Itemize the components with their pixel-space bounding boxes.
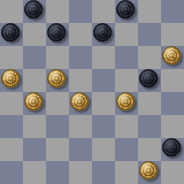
black-checker-piece[interactable] bbox=[93, 23, 112, 42]
square-r0c0 bbox=[0, 0, 23, 23]
square-r4c0 bbox=[0, 92, 23, 115]
square-r7c6[interactable] bbox=[138, 161, 161, 184]
black-checker-piece[interactable] bbox=[47, 23, 66, 42]
square-r1c5 bbox=[115, 23, 138, 46]
square-r1c0[interactable] bbox=[0, 23, 23, 46]
square-r2c4 bbox=[92, 46, 115, 69]
square-r1c1 bbox=[23, 23, 46, 46]
square-r6c1[interactable] bbox=[23, 138, 46, 161]
square-r0c3[interactable] bbox=[69, 0, 92, 23]
gold-checker-piece[interactable] bbox=[1, 69, 20, 88]
square-r7c7 bbox=[161, 161, 184, 184]
square-r7c3 bbox=[69, 161, 92, 184]
square-r5c4[interactable] bbox=[92, 115, 115, 138]
square-r1c4[interactable] bbox=[92, 23, 115, 46]
square-r2c5[interactable] bbox=[115, 46, 138, 69]
square-r3c1 bbox=[23, 69, 46, 92]
square-r5c3 bbox=[69, 115, 92, 138]
gold-checker-piece[interactable] bbox=[116, 92, 135, 111]
square-r6c7[interactable] bbox=[161, 138, 184, 161]
square-r3c6[interactable] bbox=[138, 69, 161, 92]
gold-checker-piece[interactable] bbox=[70, 92, 89, 111]
square-r5c6[interactable] bbox=[138, 115, 161, 138]
square-r0c1[interactable] bbox=[23, 0, 46, 23]
square-r3c0[interactable] bbox=[0, 69, 23, 92]
square-r2c7[interactable] bbox=[161, 46, 184, 69]
square-r0c2 bbox=[46, 0, 69, 23]
square-r2c3[interactable] bbox=[69, 46, 92, 69]
square-r4c3[interactable] bbox=[69, 92, 92, 115]
square-r2c1[interactable] bbox=[23, 46, 46, 69]
gold-checker-piece[interactable] bbox=[24, 92, 43, 111]
square-r7c2[interactable] bbox=[46, 161, 69, 184]
square-r6c6 bbox=[138, 138, 161, 161]
square-r3c5 bbox=[115, 69, 138, 92]
gold-checker-piece[interactable] bbox=[162, 46, 181, 65]
square-r7c1 bbox=[23, 161, 46, 184]
square-r2c6 bbox=[138, 46, 161, 69]
checkers-board bbox=[0, 0, 184, 184]
square-r1c3 bbox=[69, 23, 92, 46]
square-r0c5[interactable] bbox=[115, 0, 138, 23]
square-r6c5[interactable] bbox=[115, 138, 138, 161]
square-r3c4[interactable] bbox=[92, 69, 115, 92]
square-r1c7 bbox=[161, 23, 184, 46]
square-r6c3[interactable] bbox=[69, 138, 92, 161]
square-r6c4 bbox=[92, 138, 115, 161]
square-r0c6 bbox=[138, 0, 161, 23]
square-r5c2[interactable] bbox=[46, 115, 69, 138]
square-r5c1 bbox=[23, 115, 46, 138]
square-r3c7 bbox=[161, 69, 184, 92]
square-r2c0 bbox=[0, 46, 23, 69]
square-r4c4 bbox=[92, 92, 115, 115]
square-r7c5 bbox=[115, 161, 138, 184]
square-r5c0[interactable] bbox=[0, 115, 23, 138]
square-r2c2 bbox=[46, 46, 69, 69]
square-r3c3 bbox=[69, 69, 92, 92]
square-r4c2 bbox=[46, 92, 69, 115]
square-r4c7[interactable] bbox=[161, 92, 184, 115]
square-r0c7[interactable] bbox=[161, 0, 184, 23]
black-checker-piece[interactable] bbox=[162, 138, 181, 157]
square-r1c6[interactable] bbox=[138, 23, 161, 46]
square-r1c2[interactable] bbox=[46, 23, 69, 46]
square-r7c4[interactable] bbox=[92, 161, 115, 184]
black-checker-piece[interactable] bbox=[1, 23, 20, 42]
square-r6c0 bbox=[0, 138, 23, 161]
square-r7c0[interactable] bbox=[0, 161, 23, 184]
square-r3c2[interactable] bbox=[46, 69, 69, 92]
gold-checker-piece[interactable] bbox=[47, 69, 66, 88]
square-r4c6 bbox=[138, 92, 161, 115]
black-checker-piece[interactable] bbox=[139, 69, 158, 88]
black-checker-piece[interactable] bbox=[24, 0, 43, 19]
gold-checker-piece[interactable] bbox=[139, 161, 158, 180]
square-r6c2 bbox=[46, 138, 69, 161]
square-r5c7 bbox=[161, 115, 184, 138]
square-r5c5 bbox=[115, 115, 138, 138]
black-checker-piece[interactable] bbox=[116, 0, 135, 19]
square-r0c4 bbox=[92, 0, 115, 23]
square-r4c5[interactable] bbox=[115, 92, 138, 115]
square-r4c1[interactable] bbox=[23, 92, 46, 115]
